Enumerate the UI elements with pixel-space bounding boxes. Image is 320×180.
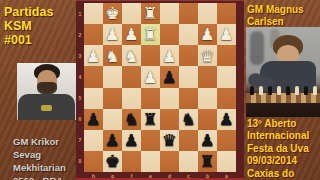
black-knight-piece: ♞ <box>181 110 196 127</box>
rank-labels: 12345678 <box>76 3 84 172</box>
board-square[interactable] <box>122 66 141 87</box>
rank-label: 3 <box>76 45 84 66</box>
left-panel: Partidas KSM #001 GM Krikor Sevag Mekhit… <box>0 0 76 180</box>
white-king-piece: ♚ <box>105 5 120 22</box>
black-knight-piece: ♞ <box>124 110 139 127</box>
board-square[interactable] <box>179 130 198 151</box>
white-knight-piece: ♞ <box>124 47 139 64</box>
board-square[interactable]: ♟ <box>217 109 236 130</box>
rank-label: 8 <box>76 151 84 172</box>
rank-label: 6 <box>76 109 84 130</box>
event-line2: Internacional <box>247 130 320 142</box>
board-square[interactable]: ♜ <box>198 151 217 172</box>
event-line1: 13º Aberto <box>247 118 320 130</box>
board-square[interactable]: ♟ <box>141 66 160 87</box>
board-square[interactable] <box>179 66 198 87</box>
board-square[interactable]: ♞ <box>103 45 122 66</box>
board-square[interactable]: ♜ <box>141 24 160 45</box>
white-pawn-piece: ♟ <box>219 26 234 43</box>
white-pawn-piece: ♟ <box>105 26 120 43</box>
white-queen-piece: ♛ <box>200 47 215 64</box>
board-square[interactable] <box>122 88 141 109</box>
black-pawn-piece: ♟ <box>162 68 177 85</box>
board-square[interactable]: ♛ <box>160 130 179 151</box>
board-square[interactable] <box>217 88 236 109</box>
photo-chess-piece <box>259 86 263 95</box>
board-square[interactable]: ♞ <box>122 109 141 130</box>
board-square[interactable] <box>217 130 236 151</box>
event-info: 13º Aberto Internacional Festa da Uva 09… <box>247 118 320 180</box>
white-knight-piece: ♞ <box>105 47 120 64</box>
carlsen-photo <box>246 27 320 117</box>
board-square[interactable] <box>198 3 217 24</box>
board-square[interactable]: ♜ <box>141 3 160 24</box>
rank-label: 1 <box>76 3 84 24</box>
rank-label: 4 <box>76 66 84 87</box>
board-square[interactable] <box>141 88 160 109</box>
white-pawn-piece: ♟ <box>162 47 177 64</box>
board-square[interactable] <box>217 3 236 24</box>
board-square[interactable] <box>122 151 141 172</box>
board-square[interactable] <box>141 45 160 66</box>
board-square[interactable] <box>179 24 198 45</box>
photo-chess-piece <box>268 86 272 95</box>
board-square[interactable] <box>179 88 198 109</box>
board-square[interactable]: ♟ <box>160 66 179 87</box>
rank-label: 2 <box>76 24 84 45</box>
black-pawn-piece: ♟ <box>86 110 101 127</box>
board-square[interactable] <box>84 151 103 172</box>
photo-chessboard <box>246 93 320 103</box>
board-square[interactable] <box>103 66 122 87</box>
board-square[interactable] <box>217 151 236 172</box>
board-square[interactable]: ♟ <box>103 130 122 151</box>
board-square[interactable] <box>198 66 217 87</box>
board-square[interactable] <box>217 45 236 66</box>
board-square[interactable]: ♚ <box>103 151 122 172</box>
board-square[interactable]: ♟ <box>103 24 122 45</box>
board-square[interactable] <box>179 3 198 24</box>
series-title: Partidas KSM #001 <box>4 5 76 47</box>
chess-board-frame: 12345678 ♚♜♟♟♜♟♟♟♞♞♟♛♟♟♟♞♜♞♟♟♟♛♟♚♜ hgfed… <box>76 0 244 180</box>
board-square[interactable] <box>141 151 160 172</box>
black-pawn-piece: ♟ <box>200 132 215 149</box>
white-rook-piece: ♜ <box>143 5 158 22</box>
event-line3: Festa da Uva <box>247 143 320 155</box>
board-square[interactable] <box>160 3 179 24</box>
board-square[interactable]: ♞ <box>122 45 141 66</box>
white-pawn-piece: ♟ <box>200 26 215 43</box>
board-square[interactable]: ♟ <box>84 45 103 66</box>
series-title-line2: #001 <box>4 33 76 47</box>
series-title-line1: Partidas KSM <box>4 5 76 33</box>
board-square[interactable] <box>103 109 122 130</box>
chess-board: ♚♜♟♟♜♟♟♟♞♞♟♛♟♟♟♞♜♞♟♟♟♛♟♚♜ <box>84 3 236 172</box>
black-player-line1: GM Magnus Carlsen <box>247 4 320 28</box>
photo-chess-piece <box>313 86 317 95</box>
white-player-rating: 2562 - BRA <box>13 174 76 180</box>
black-queen-piece: ♛ <box>162 132 177 149</box>
black-pawn-piece: ♟ <box>124 132 139 149</box>
board-square[interactable] <box>84 24 103 45</box>
board-square[interactable]: ♛ <box>198 45 217 66</box>
board-square[interactable] <box>179 151 198 172</box>
board-square[interactable]: ♟ <box>198 24 217 45</box>
white-rook-piece: ♜ <box>143 26 158 43</box>
video-frame: Partidas KSM #001 GM Krikor Sevag Mekhit… <box>0 0 320 180</box>
photo-chess-piece <box>295 86 299 95</box>
board-bottom-edge <box>76 178 244 180</box>
white-player-line1: GM Krikor Sevag <box>13 135 76 161</box>
black-king-piece: ♚ <box>105 153 120 170</box>
board-square[interactable] <box>198 88 217 109</box>
board-square[interactable] <box>103 88 122 109</box>
board-square[interactable]: ♟ <box>198 130 217 151</box>
board-square[interactable]: ♟ <box>84 109 103 130</box>
black-rook-piece: ♜ <box>143 110 158 127</box>
white-pawn-piece: ♟ <box>143 68 158 85</box>
black-pawn-piece: ♟ <box>219 110 234 127</box>
board-square[interactable]: ♟ <box>160 45 179 66</box>
board-square[interactable] <box>217 66 236 87</box>
commentator-webcam-photo <box>17 63 76 120</box>
photo-chess-piece <box>277 86 281 95</box>
board-square[interactable] <box>84 66 103 87</box>
board-square[interactable] <box>160 109 179 130</box>
board-square[interactable] <box>84 130 103 151</box>
rank-label: 5 <box>76 88 84 109</box>
background-figure <box>250 31 264 65</box>
white-pawn-piece: ♟ <box>124 26 139 43</box>
black-rook-piece: ♜ <box>200 153 215 170</box>
white-player-label: GM Krikor Sevag Mekhitarian 2562 - BRA <box>13 135 76 180</box>
board-square[interactable] <box>160 151 179 172</box>
photo-chess-piece <box>286 86 290 95</box>
shirt-logo <box>41 105 52 111</box>
board-square[interactable] <box>160 24 179 45</box>
photo-chess-piece <box>304 86 308 95</box>
white-pawn-piece: ♟ <box>86 47 101 64</box>
right-panel: GM Magnus Carlsen 2881 - NOR 13º Aberto … <box>244 0 320 180</box>
board-square[interactable]: ♟ <box>217 24 236 45</box>
event-line4: 09/03/2014 <box>247 155 320 167</box>
board-square[interactable] <box>84 88 103 109</box>
board-square[interactable] <box>122 3 141 24</box>
event-line5: Caxias do Su/RS <box>247 168 320 180</box>
board-square[interactable] <box>84 3 103 24</box>
board-square[interactable]: ♚ <box>103 3 122 24</box>
board-square[interactable]: ♞ <box>179 109 198 130</box>
rank-label: 7 <box>76 130 84 151</box>
board-square[interactable] <box>160 88 179 109</box>
board-square[interactable] <box>179 45 198 66</box>
photo-chess-piece <box>250 86 254 95</box>
board-square[interactable]: ♜ <box>141 109 160 130</box>
board-square[interactable] <box>141 130 160 151</box>
white-player-line2: Mekhitarian <box>13 161 76 174</box>
black-pawn-piece: ♟ <box>105 132 120 149</box>
board-square[interactable]: ♟ <box>122 130 141 151</box>
board-square[interactable] <box>198 109 217 130</box>
board-square[interactable]: ♟ <box>122 24 141 45</box>
